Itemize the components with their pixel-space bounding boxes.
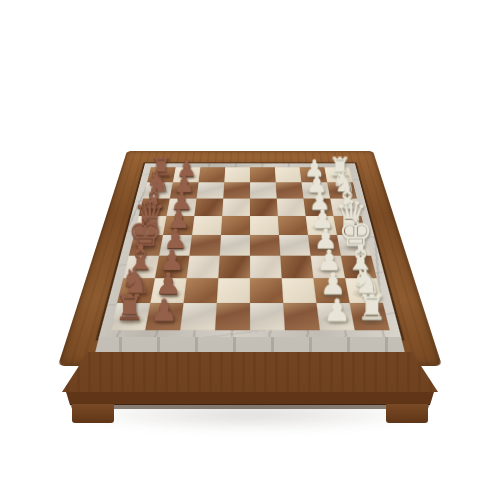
board-square [303, 199, 333, 216]
board-square [324, 167, 353, 182]
piece-glyph: ♟ [323, 294, 351, 325]
board-square [192, 216, 222, 235]
board-square [224, 167, 250, 182]
board-square [221, 216, 250, 235]
board-square [275, 167, 302, 182]
board-square [327, 182, 357, 198]
board-square [250, 182, 277, 198]
wooden-frame-top: ♜♟♟♜♞♟♟♞♝♟♟♝♛♟♟♛♚♟♟♚♝♟♟♝♞♟♟♞♜♟♟♜ [58, 151, 442, 366]
product-photo: ♜♟♟♜♞♟♟♞♝♟♟♝♛♟♟♛♚♟♟♚♝♟♟♝♞♟♟♞♜♟♟♜ [0, 0, 500, 500]
board-square [276, 182, 304, 198]
board-square [278, 216, 308, 235]
board-square [300, 167, 328, 182]
board-square [222, 199, 250, 216]
board-square [199, 167, 226, 182]
board-square [173, 167, 201, 182]
board-square [147, 167, 176, 182]
board-square [301, 182, 330, 198]
board-square [197, 182, 225, 198]
board-square [250, 216, 279, 235]
piece-white-rook: ♜ [350, 303, 390, 330]
board-square [167, 199, 197, 216]
piece-glyph: ♜ [113, 291, 144, 326]
board-square [250, 199, 278, 216]
board-square [277, 199, 306, 216]
piece-glyph: ♟ [150, 294, 178, 325]
board-square [194, 199, 223, 216]
piece-white-pawn: ♟ [316, 303, 354, 330]
board-square [223, 182, 250, 198]
chess-set-scene: ♜♟♟♜♞♟♟♞♝♟♟♝♛♟♟♛♚♟♟♚♝♟♟♝♞♟♟♞♜♟♟♜ [0, 0, 500, 500]
piece-glyph: ♜ [356, 291, 387, 326]
board-square [143, 182, 173, 198]
board-square [250, 167, 276, 182]
piece-brown-pawn: ♟ [145, 303, 183, 330]
board-square [170, 182, 199, 198]
piece-brown-rook: ♜ [110, 303, 150, 330]
